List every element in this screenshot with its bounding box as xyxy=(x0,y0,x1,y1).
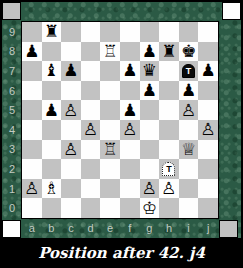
square-c7[interactable]: ♟ xyxy=(61,61,81,81)
square-h9[interactable] xyxy=(159,22,179,42)
rank-label-2: 2 xyxy=(2,159,22,179)
piece-white-pawn: ♙ xyxy=(63,100,78,119)
square-g1[interactable]: ♙ xyxy=(140,179,160,199)
square-b3[interactable] xyxy=(42,140,62,160)
piece-black-champion: T xyxy=(182,64,195,78)
square-c2[interactable] xyxy=(61,159,81,179)
square-e8[interactable]: ♖ xyxy=(100,42,120,62)
piece-black-bishop: ♝ xyxy=(44,61,59,80)
square-b9[interactable]: ♜ xyxy=(42,22,62,42)
square-i7[interactable]: T xyxy=(179,61,199,81)
rank-label-6: 6 xyxy=(2,81,22,101)
square-b6[interactable] xyxy=(42,81,62,101)
square-d2[interactable] xyxy=(81,159,101,179)
piece-white-pawn: ♙ xyxy=(24,179,39,198)
square-a9[interactable] xyxy=(22,22,42,42)
file-label-g: g xyxy=(140,218,160,238)
omega-chess-diagram: 9876543210 ♜♟♖♟♜♚♝♟♟♛T♟♟♟♟♙♟♙♙♙♙♙♖♕T♙♗♙♙… xyxy=(0,0,243,268)
square-b0[interactable] xyxy=(42,198,62,218)
piece-white-rook: ♖ xyxy=(103,140,118,159)
rank-label-0: 0 xyxy=(2,198,22,218)
square-a6[interactable] xyxy=(22,81,42,101)
square-f3[interactable] xyxy=(120,140,140,160)
square-h3[interactable] xyxy=(159,140,179,160)
square-b7[interactable]: ♝ xyxy=(42,61,62,81)
piece-black-rook: ♜ xyxy=(161,42,176,61)
square-f8[interactable] xyxy=(120,42,140,62)
file-labels: abcdefghij xyxy=(22,218,218,238)
square-a8[interactable]: ♟ xyxy=(22,42,42,62)
square-h0[interactable] xyxy=(159,198,179,218)
square-h4[interactable] xyxy=(159,120,179,140)
square-d6[interactable] xyxy=(81,81,101,101)
square-c6[interactable] xyxy=(61,81,81,101)
rank-label-7: 7 xyxy=(2,61,22,81)
square-c8[interactable] xyxy=(61,42,81,62)
square-e4[interactable] xyxy=(100,120,120,140)
square-j3[interactable] xyxy=(198,140,218,160)
square-f4[interactable]: ♙ xyxy=(120,120,140,140)
square-h6[interactable] xyxy=(159,81,179,101)
square-e3[interactable]: ♖ xyxy=(100,140,120,160)
square-d5[interactable] xyxy=(81,100,101,120)
square-a7[interactable] xyxy=(22,61,42,81)
square-j6[interactable] xyxy=(198,81,218,101)
square-f0[interactable] xyxy=(120,198,140,218)
square-g7[interactable]: ♛ xyxy=(140,61,160,81)
wizard-square-bottom-left[interactable] xyxy=(2,220,21,238)
square-c1[interactable] xyxy=(61,179,81,199)
square-i2[interactable] xyxy=(179,159,199,179)
square-j0[interactable] xyxy=(198,198,218,218)
piece-white-pawn: ♙ xyxy=(122,120,137,139)
square-e1[interactable] xyxy=(100,179,120,199)
square-g4[interactable] xyxy=(140,120,160,140)
piece-black-pawn: ♟ xyxy=(122,61,137,80)
rank-label-5: 5 xyxy=(2,100,22,120)
piece-white-king: ♔ xyxy=(142,198,157,217)
square-i1[interactable] xyxy=(179,179,199,199)
piece-white-champion: T xyxy=(162,162,175,176)
square-g6[interactable]: ♟ xyxy=(140,81,160,101)
piece-white-rook: ♖ xyxy=(103,42,118,61)
square-e6[interactable] xyxy=(100,81,120,101)
square-d4[interactable]: ♙ xyxy=(81,120,101,140)
square-a3[interactable] xyxy=(22,140,42,160)
square-h2[interactable]: T xyxy=(159,159,179,179)
piece-black-pawn: ♟ xyxy=(63,61,78,80)
wizard-square-bottom-right[interactable] xyxy=(219,220,238,238)
square-f7[interactable]: ♟ xyxy=(120,61,140,81)
rank-label-1: 1 xyxy=(2,179,22,199)
piece-black-pawn: ♟ xyxy=(44,100,59,119)
board-frame: 9876543210 ♜♟♖♟♜♚♝♟♟♛T♟♟♟♟♙♟♙♙♙♙♙♖♕T♙♗♙♙… xyxy=(2,2,241,238)
square-i8[interactable]: ♚ xyxy=(179,42,199,62)
square-f6[interactable] xyxy=(120,81,140,101)
square-h5[interactable] xyxy=(159,100,179,120)
file-label-f: f xyxy=(120,218,140,238)
piece-black-pawn: ♟ xyxy=(122,100,137,119)
file-label-e: e xyxy=(100,218,120,238)
square-a4[interactable] xyxy=(22,120,42,140)
square-d3[interactable] xyxy=(81,140,101,160)
square-j8[interactable] xyxy=(198,42,218,62)
square-d8[interactable] xyxy=(81,42,101,62)
file-label-d: d xyxy=(81,218,101,238)
square-d0[interactable] xyxy=(81,198,101,218)
piece-white-pawn: ♙ xyxy=(161,179,176,198)
square-c3[interactable]: ♙ xyxy=(61,140,81,160)
piece-black-pawn: ♟ xyxy=(201,61,216,80)
square-g9[interactable] xyxy=(140,22,160,42)
square-i0[interactable] xyxy=(179,198,199,218)
piece-white-pawn: ♙ xyxy=(63,140,78,159)
file-label-b: b xyxy=(42,218,62,238)
square-g5[interactable] xyxy=(140,100,160,120)
square-j7[interactable]: ♟ xyxy=(198,61,218,81)
wizard-square-top-left[interactable] xyxy=(2,2,21,20)
square-d9[interactable] xyxy=(81,22,101,42)
square-f9[interactable] xyxy=(120,22,140,42)
rank-labels: 9876543210 xyxy=(2,22,22,218)
square-b8[interactable] xyxy=(42,42,62,62)
square-d1[interactable] xyxy=(81,179,101,199)
piece-black-king: ♚ xyxy=(181,42,196,61)
piece-white-pawn: ♙ xyxy=(201,120,216,139)
square-g3[interactable] xyxy=(140,140,160,160)
piece-black-pawn: ♟ xyxy=(142,42,157,61)
file-label-h: h xyxy=(159,218,179,238)
square-b5[interactable]: ♟ xyxy=(42,100,62,120)
wizard-square-top-right[interactable] xyxy=(222,2,241,20)
square-a5[interactable] xyxy=(22,100,42,120)
square-j4[interactable]: ♙ xyxy=(198,120,218,140)
square-c0[interactable] xyxy=(61,198,81,218)
rank-label-9: 9 xyxy=(2,22,22,42)
caption: Position after 42. j4 xyxy=(0,238,243,268)
piece-black-rook: ♜ xyxy=(44,22,59,41)
square-d7[interactable] xyxy=(81,61,101,81)
rank-label-4: 4 xyxy=(2,120,22,140)
square-f2[interactable] xyxy=(120,159,140,179)
square-g0[interactable]: ♔ xyxy=(140,198,160,218)
square-i3[interactable]: ♕ xyxy=(179,140,199,160)
square-j9[interactable] xyxy=(198,22,218,42)
piece-white-pawn: ♙ xyxy=(181,100,196,119)
square-i4[interactable] xyxy=(179,120,199,140)
square-b4[interactable] xyxy=(42,120,62,140)
square-i9[interactable] xyxy=(179,22,199,42)
square-c5[interactable]: ♙ xyxy=(61,100,81,120)
square-c9[interactable] xyxy=(61,22,81,42)
piece-black-pawn: ♟ xyxy=(24,42,39,61)
file-label-a: a xyxy=(22,218,42,238)
piece-white-bishop: ♗ xyxy=(44,179,59,198)
piece-black-pawn: ♟ xyxy=(142,81,157,100)
square-h7[interactable] xyxy=(159,61,179,81)
rank-label-3: 3 xyxy=(2,140,22,160)
rank-label-8: 8 xyxy=(2,42,22,62)
square-h1[interactable]: ♙ xyxy=(159,179,179,199)
square-e9[interactable] xyxy=(100,22,120,42)
piece-white-pawn: ♙ xyxy=(142,179,157,198)
square-e7[interactable] xyxy=(100,61,120,81)
square-b2[interactable] xyxy=(42,159,62,179)
square-g8[interactable]: ♟ xyxy=(140,42,160,62)
square-j5[interactable] xyxy=(198,100,218,120)
square-c4[interactable] xyxy=(61,120,81,140)
file-label-i: i xyxy=(179,218,199,238)
square-f5[interactable]: ♟ xyxy=(120,100,140,120)
piece-white-pawn: ♙ xyxy=(83,120,98,139)
file-label-c: c xyxy=(61,218,81,238)
square-i5[interactable]: ♙ xyxy=(179,100,199,120)
square-a1[interactable]: ♙ xyxy=(22,179,42,199)
square-e2[interactable] xyxy=(100,159,120,179)
square-b1[interactable]: ♗ xyxy=(42,179,62,199)
square-e0[interactable] xyxy=(100,198,120,218)
board: ♜♟♖♟♜♚♝♟♟♛T♟♟♟♟♙♟♙♙♙♙♙♖♕T♙♗♙♙♔ xyxy=(22,22,218,218)
piece-white-queen: ♕ xyxy=(181,140,196,159)
square-g2[interactable] xyxy=(140,159,160,179)
square-i6[interactable]: ♟ xyxy=(179,81,199,101)
piece-black-queen: ♛ xyxy=(142,61,157,80)
piece-black-pawn: ♟ xyxy=(181,81,196,100)
square-a2[interactable] xyxy=(22,159,42,179)
square-f1[interactable] xyxy=(120,179,140,199)
square-j2[interactable] xyxy=(198,159,218,179)
file-label-j: j xyxy=(198,218,218,238)
square-j1[interactable] xyxy=(198,179,218,199)
square-a0[interactable] xyxy=(22,198,42,218)
square-h8[interactable]: ♜ xyxy=(159,42,179,62)
square-e5[interactable] xyxy=(100,100,120,120)
